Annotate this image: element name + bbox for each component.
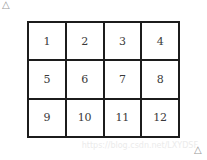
grid-cell: 1 <box>29 23 65 59</box>
grid-cell: 2 <box>67 23 103 59</box>
grid-cell: 10 <box>67 100 103 136</box>
triangle-up-icon: △ <box>2 0 10 10</box>
grid-cell: 5 <box>29 61 65 97</box>
grid-cell: 4 <box>142 23 178 59</box>
grid-cell: 6 <box>67 61 103 97</box>
grid: 123456789101112 <box>27 21 180 138</box>
diagram-canvas: △ 123456789101112 https://blog.csdn.net/… <box>0 0 207 160</box>
watermark-text: https://blog.csdn.net/LXYDSF <box>82 141 198 150</box>
grid-cell: 12 <box>142 100 178 136</box>
triangle-up-icon: △ <box>194 145 202 155</box>
grid-cell: 3 <box>105 23 141 59</box>
grid-cell: 8 <box>142 61 178 97</box>
grid-cell: 11 <box>105 100 141 136</box>
grid-cell: 9 <box>29 100 65 136</box>
grid-cell: 7 <box>105 61 141 97</box>
